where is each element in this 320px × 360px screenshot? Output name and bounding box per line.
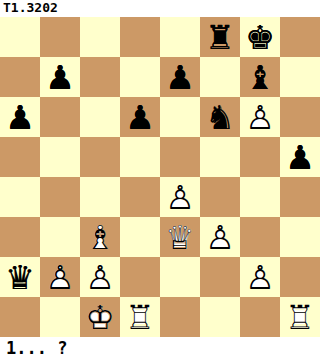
square-h6[interactable]: [280, 97, 320, 137]
square-e4[interactable]: ♟♙: [160, 177, 200, 217]
square-c5[interactable]: [80, 137, 120, 177]
square-e3[interactable]: ♛♕: [160, 217, 200, 257]
square-g6[interactable]: ♟♙: [240, 97, 280, 137]
white-rook: ♜♖: [120, 297, 160, 337]
square-a3[interactable]: [0, 217, 40, 257]
white-pawn: ♟♙: [240, 97, 280, 137]
white-rook: ♜♖: [280, 297, 320, 337]
white-pawn: ♟♙: [160, 177, 200, 217]
square-d5[interactable]: [120, 137, 160, 177]
square-c1[interactable]: ♚♔: [80, 297, 120, 337]
square-d2[interactable]: [120, 257, 160, 297]
square-c4[interactable]: [80, 177, 120, 217]
black-bishop: ♝♗: [240, 57, 280, 97]
square-c8[interactable]: [80, 17, 120, 57]
white-queen: ♛♕: [160, 217, 200, 257]
black-pawn: ♟♙: [120, 97, 160, 137]
square-g3[interactable]: [240, 217, 280, 257]
square-g4[interactable]: [240, 177, 280, 217]
square-f2[interactable]: [200, 257, 240, 297]
square-b6[interactable]: [40, 97, 80, 137]
black-pawn: ♟♙: [160, 57, 200, 97]
square-a2[interactable]: ♛♕: [0, 257, 40, 297]
move-prompt: 1... ?: [0, 337, 320, 360]
square-h4[interactable]: [280, 177, 320, 217]
square-g5[interactable]: [240, 137, 280, 177]
square-h7[interactable]: [280, 57, 320, 97]
square-e2[interactable]: [160, 257, 200, 297]
square-g8[interactable]: ♚♔: [240, 17, 280, 57]
square-f8[interactable]: ♜♖: [200, 17, 240, 57]
square-e1[interactable]: [160, 297, 200, 337]
square-h1[interactable]: ♜♖: [280, 297, 320, 337]
square-b5[interactable]: [40, 137, 80, 177]
square-g1[interactable]: [240, 297, 280, 337]
square-c3[interactable]: ♝♗: [80, 217, 120, 257]
square-c7[interactable]: [80, 57, 120, 97]
square-b3[interactable]: [40, 217, 80, 257]
square-h8[interactable]: [280, 17, 320, 57]
black-knight: ♞♘: [200, 97, 240, 137]
white-king: ♚♔: [80, 297, 120, 337]
square-g2[interactable]: ♟♙: [240, 257, 280, 297]
square-b4[interactable]: [40, 177, 80, 217]
white-pawn: ♟♙: [80, 257, 120, 297]
square-f1[interactable]: [200, 297, 240, 337]
black-queen: ♛♕: [0, 257, 40, 297]
black-rook: ♜♖: [200, 17, 240, 57]
square-c2[interactable]: ♟♙: [80, 257, 120, 297]
square-d7[interactable]: [120, 57, 160, 97]
square-f6[interactable]: ♞♘: [200, 97, 240, 137]
square-a6[interactable]: ♟♙: [0, 97, 40, 137]
square-a5[interactable]: [0, 137, 40, 177]
square-b7[interactable]: ♟♙: [40, 57, 80, 97]
square-f4[interactable]: [200, 177, 240, 217]
black-pawn: ♟♙: [0, 97, 40, 137]
square-h3[interactable]: [280, 217, 320, 257]
square-a1[interactable]: [0, 297, 40, 337]
black-pawn: ♟♙: [40, 57, 80, 97]
black-king: ♚♔: [240, 17, 280, 57]
square-h5[interactable]: ♟♙: [280, 137, 320, 177]
white-pawn: ♟♙: [240, 257, 280, 297]
white-pawn: ♟♙: [200, 217, 240, 257]
square-e8[interactable]: [160, 17, 200, 57]
square-c6[interactable]: [80, 97, 120, 137]
square-b8[interactable]: [40, 17, 80, 57]
square-d8[interactable]: [120, 17, 160, 57]
square-f5[interactable]: [200, 137, 240, 177]
square-f7[interactable]: [200, 57, 240, 97]
square-e6[interactable]: [160, 97, 200, 137]
square-b1[interactable]: [40, 297, 80, 337]
square-e5[interactable]: [160, 137, 200, 177]
square-d6[interactable]: ♟♙: [120, 97, 160, 137]
square-g7[interactable]: ♝♗: [240, 57, 280, 97]
square-d3[interactable]: [120, 217, 160, 257]
black-pawn: ♟♙: [280, 137, 320, 177]
square-b2[interactable]: ♟♙: [40, 257, 80, 297]
square-a4[interactable]: [0, 177, 40, 217]
puzzle-title: T1.3202: [0, 0, 320, 17]
square-d4[interactable]: [120, 177, 160, 217]
chess-board: ♜♖♚♔♟♙♟♙♝♗♟♙♟♙♞♘♟♙♟♙♟♙♝♗♛♕♟♙♛♕♟♙♟♙♟♙♚♔♜♖…: [0, 17, 320, 337]
white-pawn: ♟♙: [40, 257, 80, 297]
square-d1[interactable]: ♜♖: [120, 297, 160, 337]
square-a7[interactable]: [0, 57, 40, 97]
square-e7[interactable]: ♟♙: [160, 57, 200, 97]
square-f3[interactable]: ♟♙: [200, 217, 240, 257]
square-h2[interactable]: [280, 257, 320, 297]
white-bishop: ♝♗: [80, 217, 120, 257]
square-a8[interactable]: [0, 17, 40, 57]
